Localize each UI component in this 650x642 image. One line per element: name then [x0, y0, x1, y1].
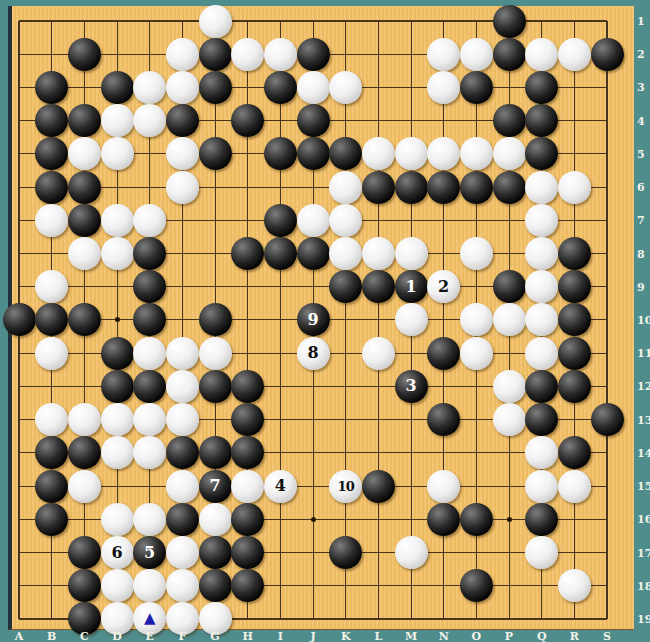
stone-C13[interactable] [68, 403, 101, 436]
stone-P10[interactable] [493, 303, 526, 336]
move-number-label: 8 [307, 345, 318, 361]
stone-M17[interactable] [395, 536, 428, 569]
stone-B15[interactable] [35, 470, 68, 503]
stone-G1[interactable] [199, 5, 232, 38]
column-label-C: C [74, 630, 94, 642]
stone-H15[interactable] [231, 470, 264, 503]
stone-M8[interactable] [395, 237, 428, 270]
stone-I3[interactable] [264, 71, 297, 104]
stone-N15[interactable] [427, 470, 460, 503]
grid-line-vertical [606, 21, 608, 619]
stone-F5[interactable] [166, 137, 199, 170]
row-label-3: 3 [637, 81, 650, 94]
stone-C8[interactable] [68, 237, 101, 270]
stone-S2[interactable] [591, 38, 624, 71]
stone-J3[interactable] [297, 71, 330, 104]
column-label-J: J [303, 630, 323, 642]
column-label-S: S [597, 630, 617, 642]
stone-B7[interactable] [35, 204, 68, 237]
stone-F13[interactable] [166, 403, 199, 436]
stone-D12[interactable] [101, 370, 134, 403]
stone-Q16[interactable] [525, 503, 558, 536]
stone-E16[interactable] [133, 503, 166, 536]
column-label-R: R [564, 630, 584, 642]
row-label-17: 17 [637, 547, 650, 560]
stone-Q12[interactable] [525, 370, 558, 403]
stone-B6[interactable] [35, 171, 68, 204]
stone-P13[interactable] [493, 403, 526, 436]
row-label-15: 15 [637, 480, 650, 493]
move-number-label: 1 [405, 279, 416, 295]
stone-I2[interactable] [264, 38, 297, 71]
stone-K6[interactable] [329, 171, 362, 204]
grid-line-vertical [378, 21, 379, 619]
stone-K3[interactable] [329, 71, 362, 104]
stone-G11[interactable] [199, 337, 232, 370]
stone-D8[interactable] [101, 237, 134, 270]
stone-P12[interactable] [493, 370, 526, 403]
stone-E7[interactable] [133, 204, 166, 237]
stone-C5[interactable] [68, 137, 101, 170]
stone-F16[interactable] [166, 503, 199, 536]
stone-R12[interactable] [558, 370, 591, 403]
stone-N6[interactable] [427, 171, 460, 204]
stone-D3[interactable] [101, 71, 134, 104]
row-label-18: 18 [637, 580, 650, 593]
triangle-marker: ▲ [144, 611, 156, 626]
column-label-F: F [172, 630, 192, 642]
stone-K8[interactable] [329, 237, 362, 270]
stone-C7[interactable] [68, 204, 101, 237]
stone-G15[interactable]: 7 [199, 470, 232, 503]
stone-I7[interactable] [264, 204, 297, 237]
stone-Q11[interactable] [525, 337, 558, 370]
stone-K7[interactable] [329, 204, 362, 237]
stone-D16[interactable] [101, 503, 134, 536]
move-number-label: 2 [438, 279, 449, 295]
stone-P9[interactable] [493, 270, 526, 303]
stone-P5[interactable] [493, 137, 526, 170]
stone-G17[interactable] [199, 536, 232, 569]
move-number-label: 6 [111, 545, 122, 561]
stone-O6[interactable] [460, 171, 493, 204]
stone-M5[interactable] [395, 137, 428, 170]
stone-S13[interactable] [591, 403, 624, 436]
stone-N11[interactable] [427, 337, 460, 370]
row-label-16: 16 [637, 513, 650, 526]
stone-C18[interactable] [68, 569, 101, 602]
stone-G3[interactable] [199, 71, 232, 104]
move-number-label: 7 [209, 478, 220, 494]
stone-B11[interactable] [35, 337, 68, 370]
stone-E12[interactable] [133, 370, 166, 403]
stone-D13[interactable] [101, 403, 134, 436]
move-number-label: 10 [338, 480, 354, 493]
row-label-9: 9 [637, 281, 650, 294]
stone-Q6[interactable] [525, 171, 558, 204]
stone-G5[interactable] [199, 137, 232, 170]
stone-I8[interactable] [264, 237, 297, 270]
column-label-B: B [42, 630, 62, 642]
column-label-E: E [140, 630, 160, 642]
stone-C15[interactable] [68, 470, 101, 503]
column-label-O: O [466, 630, 486, 642]
stone-G18[interactable] [199, 569, 232, 602]
stone-B3[interactable] [35, 71, 68, 104]
row-label-2: 2 [637, 48, 650, 61]
stone-F4[interactable] [166, 104, 199, 137]
column-label-Q: Q [532, 630, 552, 642]
stone-G16[interactable] [199, 503, 232, 536]
stone-M12[interactable]: 3 [395, 370, 428, 403]
stone-O16[interactable] [460, 503, 493, 536]
stone-I15[interactable]: 4 [264, 470, 297, 503]
row-label-4: 4 [637, 115, 650, 128]
stone-R15[interactable] [558, 470, 591, 503]
row-label-12: 12 [637, 380, 650, 393]
stone-E11[interactable] [133, 337, 166, 370]
stone-J10[interactable]: 9 [297, 303, 330, 336]
stone-P6[interactable] [493, 171, 526, 204]
row-label-19: 19 [637, 613, 650, 626]
star-point [507, 517, 512, 522]
stone-G2[interactable] [199, 38, 232, 71]
stone-H16[interactable] [231, 503, 264, 536]
move-number-label: 3 [405, 378, 416, 394]
row-label-13: 13 [637, 414, 650, 427]
stone-F6[interactable] [166, 171, 199, 204]
stone-O5[interactable] [460, 137, 493, 170]
column-label-G: G [205, 630, 225, 642]
column-label-L: L [368, 630, 388, 642]
stone-G10[interactable] [199, 303, 232, 336]
stone-M9[interactable]: 1 [395, 270, 428, 303]
row-label-6: 6 [637, 181, 650, 194]
column-label-K: K [336, 630, 356, 642]
stone-D4[interactable] [101, 104, 134, 137]
stone-J5[interactable] [297, 137, 330, 170]
stone-F11[interactable] [166, 337, 199, 370]
stone-L8[interactable] [362, 237, 395, 270]
stone-A10[interactable] [3, 303, 36, 336]
stone-B16[interactable] [35, 503, 68, 536]
stone-R2[interactable] [558, 38, 591, 71]
column-label-N: N [434, 630, 454, 642]
stone-R18[interactable] [558, 569, 591, 602]
stone-O8[interactable] [460, 237, 493, 270]
stone-E17[interactable]: 5 [133, 536, 166, 569]
stone-H17[interactable] [231, 536, 264, 569]
stone-M10[interactable] [395, 303, 428, 336]
stone-D7[interactable] [101, 204, 134, 237]
stone-R6[interactable] [558, 171, 591, 204]
stone-J8[interactable] [297, 237, 330, 270]
move-number-label: 4 [275, 478, 286, 494]
stone-F15[interactable] [166, 470, 199, 503]
stone-Q15[interactable] [525, 470, 558, 503]
stone-J2[interactable] [297, 38, 330, 71]
stone-D11[interactable] [101, 337, 134, 370]
stone-L5[interactable] [362, 137, 395, 170]
stone-O2[interactable] [460, 38, 493, 71]
stone-G14[interactable] [199, 436, 232, 469]
row-label-10: 10 [637, 314, 650, 327]
stone-D5[interactable] [101, 137, 134, 170]
stone-F3[interactable] [166, 71, 199, 104]
stone-D18[interactable] [101, 569, 134, 602]
stone-C17[interactable] [68, 536, 101, 569]
stone-P1[interactable] [493, 5, 526, 38]
go-game-screen: 12983741065▲ABCDEFGHIJKLMNOPQRS123456789… [0, 0, 650, 642]
stone-Q3[interactable] [525, 71, 558, 104]
stone-K15[interactable]: 10 [329, 470, 362, 503]
grid-line-horizontal [19, 486, 607, 487]
stone-F17[interactable] [166, 536, 199, 569]
column-label-A: A [9, 630, 29, 642]
stone-J4[interactable] [297, 104, 330, 137]
stone-O18[interactable] [460, 569, 493, 602]
stone-O11[interactable] [460, 337, 493, 370]
stone-G12[interactable] [199, 370, 232, 403]
stone-L6[interactable] [362, 171, 395, 204]
stone-F18[interactable] [166, 569, 199, 602]
stone-E3[interactable] [133, 71, 166, 104]
stone-P2[interactable] [493, 38, 526, 71]
stone-Q8[interactable] [525, 237, 558, 270]
row-label-7: 7 [637, 214, 650, 227]
stone-F12[interactable] [166, 370, 199, 403]
stone-R8[interactable] [558, 237, 591, 270]
stone-O3[interactable] [460, 71, 493, 104]
stone-L15[interactable] [362, 470, 395, 503]
row-label-5: 5 [637, 148, 650, 161]
star-point [311, 517, 316, 522]
stone-I5[interactable] [264, 137, 297, 170]
column-label-P: P [499, 630, 519, 642]
stone-L11[interactable] [362, 337, 395, 370]
stone-L9[interactable] [362, 270, 395, 303]
stone-C14[interactable] [68, 436, 101, 469]
grid-line-vertical [345, 21, 346, 619]
stone-C6[interactable] [68, 171, 101, 204]
stone-F2[interactable] [166, 38, 199, 71]
column-label-H: H [238, 630, 258, 642]
stone-J7[interactable] [297, 204, 330, 237]
column-label-I: I [270, 630, 290, 642]
stone-H8[interactable] [231, 237, 264, 270]
stone-Q17[interactable] [525, 536, 558, 569]
column-label-M: M [401, 630, 421, 642]
stone-N2[interactable] [427, 38, 460, 71]
row-label-11: 11 [637, 347, 650, 360]
stone-C2[interactable] [68, 38, 101, 71]
stone-C4[interactable] [68, 104, 101, 137]
stone-H2[interactable] [231, 38, 264, 71]
stone-J11[interactable]: 8 [297, 337, 330, 370]
column-label-D: D [107, 630, 127, 642]
stone-F14[interactable] [166, 436, 199, 469]
stone-E8[interactable] [133, 237, 166, 270]
move-number-label: 9 [307, 312, 318, 328]
stone-R14[interactable] [558, 436, 591, 469]
stone-D14[interactable] [101, 436, 134, 469]
stone-M6[interactable] [395, 171, 428, 204]
stone-D17[interactable]: 6 [101, 536, 134, 569]
move-number-label: 5 [144, 545, 155, 561]
stone-N3[interactable] [427, 71, 460, 104]
stone-R9[interactable] [558, 270, 591, 303]
row-label-1: 1 [637, 15, 650, 28]
row-label-14: 14 [637, 447, 650, 460]
row-label-8: 8 [637, 248, 650, 261]
stone-N16[interactable] [427, 503, 460, 536]
stone-Q7[interactable] [525, 204, 558, 237]
stone-P4[interactable] [493, 104, 526, 137]
stone-R11[interactable] [558, 337, 591, 370]
stone-H12[interactable] [231, 370, 264, 403]
stone-Q2[interactable] [525, 38, 558, 71]
stone-K17[interactable] [329, 536, 362, 569]
